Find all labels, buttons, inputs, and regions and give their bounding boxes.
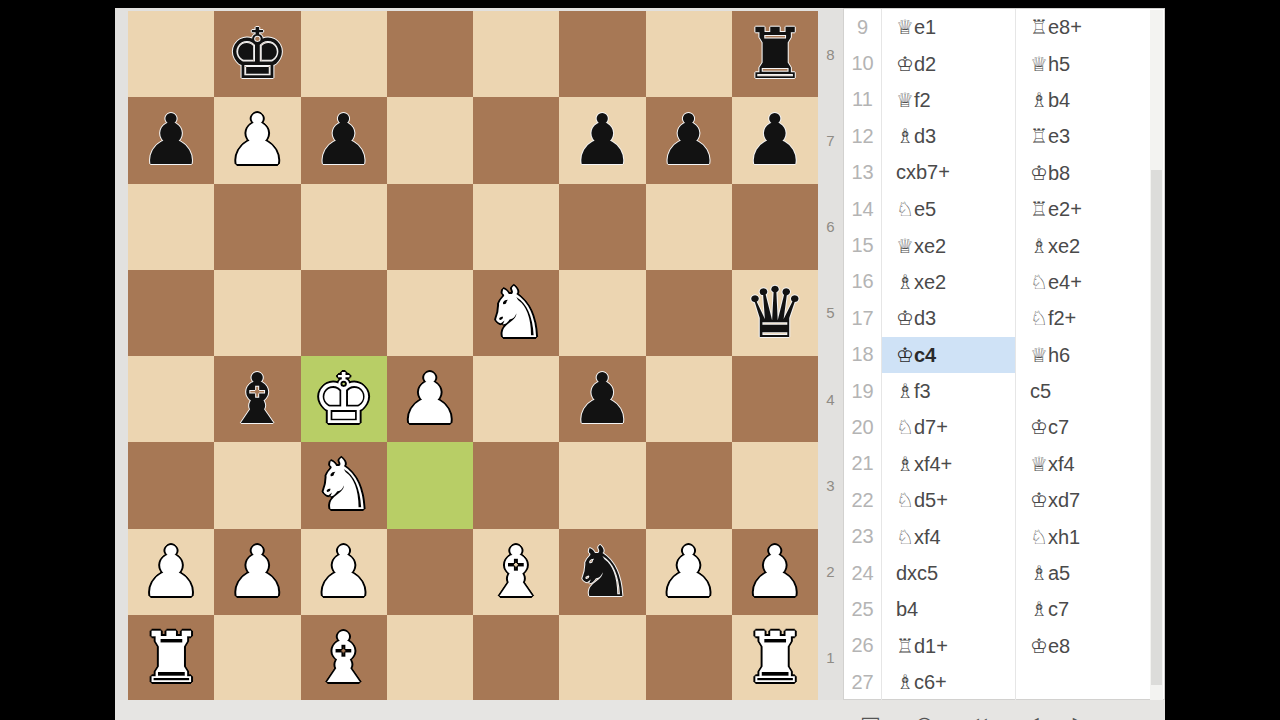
scrollbar-thumb[interactable] <box>1151 170 1162 685</box>
square-a6[interactable] <box>128 184 214 270</box>
rank-label-1: 1 <box>818 615 843 701</box>
square-c1[interactable]: ♝ <box>301 615 387 701</box>
move-23-white[interactable]: ♘xf4 <box>881 518 1015 554</box>
square-d4[interactable]: ♟ <box>387 356 473 442</box>
square-a1[interactable]: ♜ <box>128 615 214 701</box>
rank-label-4: 4 <box>818 356 843 442</box>
square-e6[interactable] <box>473 184 559 270</box>
rank-label-6: 6 <box>818 184 843 270</box>
move-row-25: 25b4♗c7 <box>844 591 1164 627</box>
black-pawn[interactable]: ♟ <box>128 97 214 183</box>
square-a8[interactable] <box>128 11 214 97</box>
move-10-black[interactable]: ♕h5 <box>1015 45 1164 81</box>
square-h3[interactable] <box>732 442 818 528</box>
move-26-white[interactable]: ♖d1+ <box>881 628 1015 664</box>
square-c2[interactable]: ♟ <box>301 529 387 615</box>
move-18-white[interactable]: ♔c4 <box>881 337 1015 373</box>
square-f4[interactable]: ♟ <box>559 356 645 442</box>
move-16-white[interactable]: ♗xe2 <box>881 264 1015 300</box>
square-e8[interactable] <box>473 11 559 97</box>
toolbar-icons: ▤◎⏮◀▶⏭ <box>860 712 1143 720</box>
white-pawn[interactable]: ♟ <box>646 529 732 615</box>
content-area: ♚♜♟♟♟♟♟♟♞♛♝♚♟♟♞♟♟♟♝♞♟♟♜♝♜ abcdefgh 87654… <box>115 8 1165 720</box>
move-number: 20 <box>844 416 881 439</box>
move-list-panel: 9♕e1♖e8+10♔d2♕h511♕f2♗b412♗d3♖e313cxb7+♔… <box>843 8 1165 700</box>
rank-labels: 87654321 <box>818 11 843 701</box>
move-number: 21 <box>844 452 881 475</box>
white-pawn[interactable]: ♟ <box>301 529 387 615</box>
square-f5[interactable] <box>559 270 645 356</box>
square-f8[interactable] <box>559 11 645 97</box>
move-17-black[interactable]: ♘f2+ <box>1015 300 1164 336</box>
black-bishop[interactable]: ♝ <box>214 356 300 442</box>
move-number: 15 <box>844 234 881 257</box>
square-a3[interactable] <box>128 442 214 528</box>
move-row-20: 20♘d7+♔c7 <box>844 409 1164 445</box>
square-e3[interactable] <box>473 442 559 528</box>
square-h1[interactable]: ♜ <box>732 615 818 701</box>
square-c7[interactable]: ♟ <box>301 97 387 183</box>
settings-icon[interactable]: ◎ <box>915 712 934 720</box>
chess-board: ♚♜♟♟♟♟♟♟♞♛♝♚♟♟♞♟♟♟♝♞♟♟♜♝♜ <box>128 11 818 701</box>
rank-label-7: 7 <box>818 97 843 183</box>
move-row-23: 23♘xf4♘xh1 <box>844 518 1164 554</box>
square-h5[interactable]: ♛ <box>732 270 818 356</box>
white-rook[interactable]: ♜ <box>732 615 818 701</box>
black-pawn[interactable]: ♟ <box>646 97 732 183</box>
move-14-black[interactable]: ♖e2+ <box>1015 191 1164 227</box>
white-rook[interactable]: ♜ <box>128 615 214 701</box>
move-number: 18 <box>844 343 881 366</box>
move-number: 12 <box>844 125 881 148</box>
move-row-22: 22♘d5+♔xd7 <box>844 482 1164 518</box>
move-list-scrollbar[interactable] <box>1150 10 1163 700</box>
move-row-19: 19♗f3c5 <box>844 373 1164 409</box>
black-knight[interactable]: ♞ <box>559 529 645 615</box>
square-h8[interactable]: ♜ <box>732 11 818 97</box>
square-c6[interactable] <box>301 184 387 270</box>
move-12-black[interactable]: ♖e3 <box>1015 118 1164 154</box>
move-rows: 9♕e1♖e8+10♔d2♕h511♕f2♗b412♗d3♖e313cxb7+♔… <box>844 9 1164 700</box>
move-row-27: 27♗c6+ <box>844 664 1164 700</box>
white-pawn[interactable]: ♟ <box>128 529 214 615</box>
move-25-white[interactable]: b4 <box>881 591 1015 627</box>
black-king[interactable]: ♚ <box>214 11 300 97</box>
move-22-white[interactable]: ♘d5+ <box>881 482 1015 518</box>
square-f2[interactable]: ♞ <box>559 529 645 615</box>
move-19-white[interactable]: ♗f3 <box>881 373 1015 409</box>
move-13-black[interactable]: ♔b8 <box>1015 155 1164 191</box>
move-9-white[interactable]: ♕e1 <box>881 9 1015 45</box>
previous-move-icon[interactable]: ◀ <box>1022 712 1039 720</box>
square-h2[interactable]: ♟ <box>732 529 818 615</box>
square-g4[interactable] <box>646 356 732 442</box>
next-move-icon[interactable]: ▶ <box>1073 712 1090 720</box>
letterbox-right <box>1165 0 1280 720</box>
square-c8[interactable] <box>301 11 387 97</box>
move-13-white[interactable]: cxb7+ <box>881 155 1015 191</box>
square-f3[interactable] <box>559 442 645 528</box>
move-26-black[interactable]: ♔e8 <box>1015 628 1164 664</box>
square-g3[interactable] <box>646 442 732 528</box>
move-12-white[interactable]: ♗d3 <box>881 118 1015 154</box>
last-move-icon[interactable]: ⏭ <box>1124 712 1144 720</box>
move-row-11: 11♕f2♗b4 <box>844 82 1164 118</box>
square-d8[interactable] <box>387 11 473 97</box>
white-bishop[interactable]: ♝ <box>473 529 559 615</box>
move-row-15: 15♕xe2♗xe2 <box>844 227 1164 263</box>
first-move-icon[interactable]: ⏮ <box>968 712 988 720</box>
move-row-18: 18♔c4♕h6 <box>844 337 1164 373</box>
bottom-toolbar: ▤◎⏮◀▶⏭ <box>115 700 1165 720</box>
black-pawn[interactable]: ♟ <box>301 97 387 183</box>
square-a2[interactable]: ♟ <box>128 529 214 615</box>
square-d7[interactable] <box>387 97 473 183</box>
move-number: 25 <box>844 598 881 621</box>
move-15-white[interactable]: ♕xe2 <box>881 227 1015 263</box>
move-row-21: 21♗xf4+♕xf4 <box>844 446 1164 482</box>
move-number: 14 <box>844 198 881 221</box>
black-pawn[interactable]: ♟ <box>559 97 645 183</box>
white-pawn[interactable]: ♟ <box>214 529 300 615</box>
white-knight[interactable]: ♞ <box>301 442 387 528</box>
move-number: 19 <box>844 380 881 403</box>
move-number: 23 <box>844 525 881 548</box>
square-b5[interactable] <box>214 270 300 356</box>
square-h6[interactable] <box>732 184 818 270</box>
square-h7[interactable]: ♟ <box>732 97 818 183</box>
move-17-white[interactable]: ♔d3 <box>881 300 1015 336</box>
move-row-13: 13cxb7+♔b8 <box>844 155 1164 191</box>
black-queen[interactable]: ♛ <box>732 270 818 356</box>
black-rook[interactable]: ♜ <box>732 11 818 97</box>
move-number: 26 <box>844 634 881 657</box>
square-a4[interactable] <box>128 356 214 442</box>
move-11-white[interactable]: ♕f2 <box>881 82 1015 118</box>
move-16-black[interactable]: ♘e4+ <box>1015 264 1164 300</box>
chess-app: ♚♜♟♟♟♟♟♟♞♛♝♚♟♟♞♟♟♟♝♞♟♟♜♝♜ abcdefgh 87654… <box>0 0 1280 720</box>
move-21-white[interactable]: ♗xf4+ <box>881 446 1015 482</box>
square-d2[interactable] <box>387 529 473 615</box>
move-row-14: 14♘e5♖e2+ <box>844 191 1164 227</box>
move-row-10: 10♔d2♕h5 <box>844 45 1164 81</box>
move-number: 10 <box>844 52 881 75</box>
move-25-black[interactable]: ♗c7 <box>1015 591 1164 627</box>
rank-label-8: 8 <box>818 11 843 97</box>
square-g6[interactable] <box>646 184 732 270</box>
move-row-24: 24dxc5♗a5 <box>844 555 1164 591</box>
move-row-12: 12♗d3♖e3 <box>844 118 1164 154</box>
square-g2[interactable]: ♟ <box>646 529 732 615</box>
rank-label-2: 2 <box>818 529 843 615</box>
square-g1[interactable] <box>646 615 732 701</box>
black-pawn[interactable]: ♟ <box>559 356 645 442</box>
square-b6[interactable] <box>214 184 300 270</box>
move-number: 27 <box>844 671 881 694</box>
white-knight[interactable]: ♞ <box>473 270 559 356</box>
square-a7[interactable]: ♟ <box>128 97 214 183</box>
square-b7[interactable]: ♟ <box>214 97 300 183</box>
square-a5[interactable] <box>128 270 214 356</box>
move-20-white[interactable]: ♘d7+ <box>881 409 1015 445</box>
white-king[interactable]: ♚ <box>301 356 387 442</box>
move-27-black <box>1015 664 1164 700</box>
white-bishop[interactable]: ♝ <box>301 615 387 701</box>
move-27-white[interactable]: ♗c6+ <box>881 664 1015 700</box>
move-14-white[interactable]: ♘e5 <box>881 191 1015 227</box>
square-g5[interactable] <box>646 270 732 356</box>
move-22-black[interactable]: ♔xd7 <box>1015 482 1164 518</box>
square-d3[interactable] <box>387 442 473 528</box>
flip-board-icon[interactable]: ▤ <box>860 712 881 720</box>
square-d6[interactable] <box>387 184 473 270</box>
square-g8[interactable] <box>646 11 732 97</box>
move-10-white[interactable]: ♔d2 <box>881 45 1015 81</box>
square-c5[interactable] <box>301 270 387 356</box>
square-e1[interactable] <box>473 615 559 701</box>
square-d1[interactable] <box>387 615 473 701</box>
rank-label-5: 5 <box>818 270 843 356</box>
move-21-black[interactable]: ♕xf4 <box>1015 446 1164 482</box>
square-d5[interactable] <box>387 270 473 356</box>
square-e4[interactable] <box>473 356 559 442</box>
move-row-17: 17♔d3♘f2+ <box>844 300 1164 336</box>
move-24-black[interactable]: ♗a5 <box>1015 555 1164 591</box>
square-e7[interactable] <box>473 97 559 183</box>
move-number: 13 <box>844 161 881 184</box>
white-pawn[interactable]: ♟ <box>732 529 818 615</box>
square-e5[interactable]: ♞ <box>473 270 559 356</box>
move-24-white[interactable]: dxc5 <box>881 555 1015 591</box>
white-pawn[interactable]: ♟ <box>387 356 473 442</box>
move-number: 16 <box>844 270 881 293</box>
square-e2[interactable]: ♝ <box>473 529 559 615</box>
move-15-black[interactable]: ♗xe2 <box>1015 227 1164 263</box>
move-20-black[interactable]: ♔c7 <box>1015 409 1164 445</box>
square-c3[interactable]: ♞ <box>301 442 387 528</box>
move-23-black[interactable]: ♘xh1 <box>1015 518 1164 554</box>
square-h4[interactable] <box>732 356 818 442</box>
move-number: 17 <box>844 307 881 330</box>
move-9-black[interactable]: ♖e8+ <box>1015 9 1164 45</box>
move-row-26: 26♖d1+♔e8 <box>844 628 1164 664</box>
letterbox-left <box>0 0 115 720</box>
move-row-9: 9♕e1♖e8+ <box>844 9 1164 45</box>
black-pawn[interactable]: ♟ <box>732 97 818 183</box>
square-b3[interactable] <box>214 442 300 528</box>
move-18-black[interactable]: ♕h6 <box>1015 337 1164 373</box>
white-pawn[interactable]: ♟ <box>214 97 300 183</box>
move-number: 9 <box>844 16 881 39</box>
square-b8[interactable]: ♚ <box>214 11 300 97</box>
move-row-16: 16♗xe2♘e4+ <box>844 264 1164 300</box>
square-g7[interactable]: ♟ <box>646 97 732 183</box>
square-f6[interactable] <box>559 184 645 270</box>
square-c4[interactable]: ♚ <box>301 356 387 442</box>
rank-label-3: 3 <box>818 442 843 528</box>
square-f7[interactable]: ♟ <box>559 97 645 183</box>
move-number: 22 <box>844 489 881 512</box>
square-b1[interactable] <box>214 615 300 701</box>
move-11-black[interactable]: ♗b4 <box>1015 82 1164 118</box>
move-number: 11 <box>844 88 881 111</box>
letterbox-top <box>0 0 1280 8</box>
square-f1[interactable] <box>559 615 645 701</box>
move-19-black[interactable]: c5 <box>1015 373 1164 409</box>
square-b2[interactable]: ♟ <box>214 529 300 615</box>
square-b4[interactable]: ♝ <box>214 356 300 442</box>
move-number: 24 <box>844 562 881 585</box>
